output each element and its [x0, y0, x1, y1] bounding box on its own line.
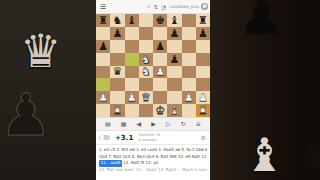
- square-h1[interactable]: ♜: [196, 104, 210, 117]
- square-a4[interactable]: [96, 66, 110, 79]
- black-bishop: ♝: [127, 15, 137, 26]
- square-a6[interactable]: ♟: [96, 40, 110, 53]
- video-frame: ♛ ♟ ♟ ♝ ♜ ☰ ⌕ ⇅ ◔ candidate_prasad2014 ☻…: [0, 0, 320, 180]
- square-e1[interactable]: ♚: [153, 104, 167, 117]
- white-king: ♚: [155, 105, 165, 116]
- square-b3[interactable]: [110, 78, 124, 91]
- square-g6[interactable]: [182, 40, 196, 53]
- list-icon[interactable]: ≡: [196, 121, 201, 127]
- username-label[interactable]: candidate_prasad2014: [169, 4, 199, 9]
- menu-icon[interactable]: ☰: [100, 3, 106, 11]
- black-pawn: ♟: [112, 28, 122, 39]
- square-d5[interactable]: ♞: [139, 53, 153, 66]
- square-g8[interactable]: [182, 14, 196, 27]
- black-knight: ♞: [112, 15, 122, 26]
- square-h4[interactable]: [196, 66, 210, 79]
- analysis-toolbar: ▤▦◀▶▷↻≡: [96, 117, 210, 130]
- back-icon[interactable]: ◀: [137, 121, 142, 127]
- background-white-bishop-icon: ♝: [244, 132, 285, 178]
- chess-board: ♜♞♝♚♝♜♟♟♟♟♟♞♟♛♞♟♟♟♛♟♟♜♚♝♜: [96, 14, 210, 117]
- square-f6[interactable]: [167, 40, 181, 53]
- white-bishop: ♝: [169, 105, 179, 116]
- square-c3[interactable]: [125, 78, 139, 91]
- gear-icon[interactable]: ⚙: [201, 134, 206, 141]
- square-c6[interactable]: [125, 40, 139, 53]
- black-pawn: ♟: [169, 54, 179, 65]
- square-b6[interactable]: [110, 40, 124, 53]
- move-line-2[interactable]: Qb4 7. Bd2 Qc5 8. Be3 Qb4 9. Bd2 Nf6 10.…: [99, 154, 207, 161]
- white-pawn: ♟: [155, 66, 165, 77]
- eval-score: +3.1: [115, 134, 133, 142]
- black-pawn: ♟: [155, 41, 165, 52]
- square-d7[interactable]: [139, 27, 153, 40]
- square-a8[interactable]: ♜: [96, 14, 110, 27]
- square-c1[interactable]: [125, 104, 139, 117]
- square-e6[interactable]: ♟: [153, 40, 167, 53]
- forward-icon[interactable]: ▷: [166, 121, 171, 127]
- square-h3[interactable]: [196, 78, 210, 91]
- white-pawn: ♟: [198, 92, 208, 103]
- square-f2[interactable]: [167, 91, 181, 104]
- square-f1[interactable]: ♝: [167, 104, 181, 117]
- square-d2[interactable]: ♛: [139, 91, 153, 104]
- move-line-4[interactable]: 13. Rb1 was best. 13... Qxb2 14. Rxb2 — …: [99, 167, 207, 174]
- engine-detail-label: in browser: [138, 138, 160, 142]
- engine-eval-row: +3.1 Stockfish 16 in browser ⚙: [96, 130, 210, 144]
- square-e7[interactable]: [153, 27, 167, 40]
- black-rook: ♜: [198, 15, 208, 26]
- square-g5[interactable]: [182, 53, 196, 66]
- move-line-3[interactable]: 11... exd5 12. Nd4 f5 13. a3: [99, 160, 207, 167]
- engine-info: Stockfish 16 in browser: [138, 133, 160, 142]
- square-g4[interactable]: [182, 66, 196, 79]
- selected-move-chip[interactable]: 11... exd5: [99, 160, 122, 167]
- swap-icon[interactable]: ⇅: [154, 4, 159, 10]
- square-f5[interactable]: ♟: [167, 53, 181, 66]
- square-b2[interactable]: [110, 91, 124, 104]
- square-c7[interactable]: [125, 27, 139, 40]
- bell-icon[interactable]: ◔: [161, 4, 166, 10]
- square-e3[interactable]: [153, 78, 167, 91]
- square-d4[interactable]: ♞: [139, 66, 153, 79]
- square-a7[interactable]: [96, 27, 110, 40]
- white-pawn: ♟: [127, 92, 137, 103]
- square-h8[interactable]: ♜: [196, 14, 210, 27]
- square-f8[interactable]: ♝: [167, 14, 181, 27]
- square-b1[interactable]: ♜: [110, 104, 124, 117]
- chess-app-window: ☰ ⌕ ⇅ ◔ candidate_prasad2014 ☻ ♜♞♝♚♝♜♟♟♟…: [96, 0, 210, 180]
- square-e8[interactable]: ♚: [153, 14, 167, 27]
- square-a5[interactable]: [96, 53, 110, 66]
- black-queen: ♛: [112, 66, 122, 77]
- square-b7[interactable]: ♟: [110, 27, 124, 40]
- square-c8[interactable]: ♝: [125, 14, 139, 27]
- square-a1[interactable]: [96, 104, 110, 117]
- square-e4[interactable]: ♟: [153, 66, 167, 79]
- square-h7[interactable]: ♟: [196, 27, 210, 40]
- white-knight: ♞: [141, 66, 151, 77]
- black-pawn: ♟: [198, 28, 208, 39]
- white-queen: ♛: [141, 92, 151, 103]
- square-h6[interactable]: [196, 40, 210, 53]
- square-c2[interactable]: ♟: [125, 91, 139, 104]
- square-a3[interactable]: [96, 78, 110, 91]
- square-d8[interactable]: [139, 14, 153, 27]
- avatar[interactable]: ☻: [201, 3, 208, 10]
- black-rook: ♜: [98, 15, 108, 26]
- square-b5[interactable]: [110, 53, 124, 66]
- background-black-pawn-icon: ♟: [238, 0, 285, 42]
- square-h5[interactable]: [196, 53, 210, 66]
- square-d3[interactable]: [139, 78, 153, 91]
- search-icon[interactable]: ⌕: [147, 3, 150, 10]
- square-g7[interactable]: [182, 27, 196, 40]
- square-c4[interactable]: [125, 66, 139, 79]
- move-line-1[interactable]: 1. e4 c5 2. Nf3 e6 3. d4 cxd4 4. Nxd4 a6…: [99, 147, 207, 154]
- black-bishop: ♝: [169, 15, 179, 26]
- white-knight: ♞: [141, 54, 151, 65]
- background-pawn-outline-icon: ♟: [0, 86, 52, 144]
- engine-toggle[interactable]: [99, 135, 110, 141]
- white-rook: ♜: [112, 105, 122, 116]
- board-menu-icon[interactable]: ▤: [105, 121, 111, 127]
- square-f4[interactable]: [167, 66, 181, 79]
- black-pawn: ♟: [169, 28, 179, 39]
- cycle-icon[interactable]: ↻: [181, 121, 186, 127]
- square-h2[interactable]: ♟: [196, 91, 210, 104]
- square-a2[interactable]: ♟: [96, 91, 110, 104]
- top-bar: ☰ ⌕ ⇅ ◔ candidate_prasad2014 ☻: [96, 0, 210, 14]
- square-g3[interactable]: [182, 78, 196, 91]
- move-list: 1. e4 c5 2. Nf3 e6 3. d4 cxd4 4. Nxd4 a6…: [96, 144, 210, 180]
- square-e2[interactable]: [153, 91, 167, 104]
- square-g1[interactable]: [182, 104, 196, 117]
- square-b4[interactable]: ♛: [110, 66, 124, 79]
- white-pawn: ♟: [184, 92, 194, 103]
- square-f7[interactable]: ♟: [167, 27, 181, 40]
- square-d1[interactable]: [139, 104, 153, 117]
- play-icon[interactable]: ▶: [151, 121, 156, 127]
- square-b8[interactable]: ♞: [110, 14, 124, 27]
- white-pawn: ♟: [98, 92, 108, 103]
- explorer-icon[interactable]: ▦: [121, 121, 127, 127]
- black-pawn: ♟: [98, 41, 108, 52]
- background-black-rook-icon: ♜: [300, 140, 320, 180]
- square-c5[interactable]: [125, 53, 139, 66]
- white-rook: ♜: [198, 105, 208, 116]
- square-g2[interactable]: ♟: [182, 91, 196, 104]
- square-d6[interactable]: [139, 40, 153, 53]
- background-white-queen-icon: ♛: [20, 28, 61, 74]
- square-e5[interactable]: [153, 53, 167, 66]
- black-king: ♚: [155, 15, 165, 26]
- square-f3[interactable]: [167, 78, 181, 91]
